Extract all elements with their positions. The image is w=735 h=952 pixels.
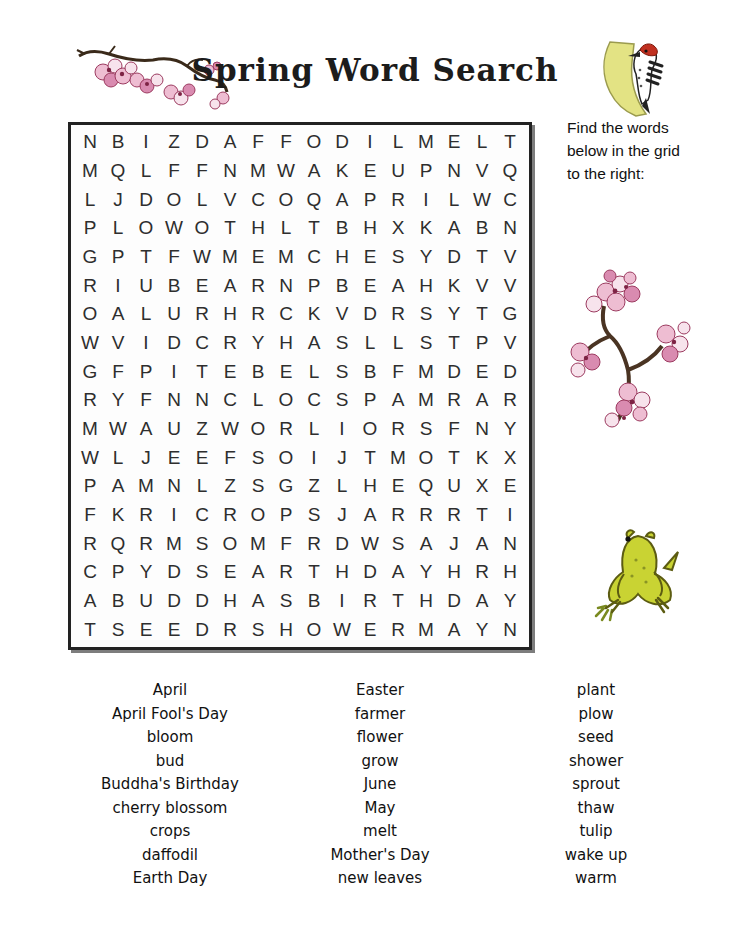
grid-cell-r3c1[interactable]: L — [76, 185, 104, 214]
grid-cell-r10c16[interactable]: R — [496, 386, 524, 415]
grid-cell-r17c3[interactable]: U — [132, 587, 160, 616]
grid-cell-r3c5[interactable]: L — [188, 185, 216, 214]
grid-cell-r4c16[interactable]: N — [496, 214, 524, 243]
grid-cell-r12c4[interactable]: E — [160, 443, 188, 472]
grid-cell-r1c2[interactable]: B — [104, 128, 132, 157]
grid-cell-r13c4[interactable]: N — [160, 472, 188, 501]
grid-cell-r1c9[interactable]: O — [300, 128, 328, 157]
grid-cell-r13c7[interactable]: S — [244, 472, 272, 501]
grid-cell-r1c15[interactable]: L — [468, 128, 496, 157]
grid-cell-r1c7[interactable]: F — [244, 128, 272, 157]
word-item[interactable]: flower — [305, 726, 455, 750]
grid-cell-r17c9[interactable]: B — [300, 587, 328, 616]
grid-cell-r7c3[interactable]: L — [132, 300, 160, 329]
grid-cell-r7c13[interactable]: S — [412, 300, 440, 329]
grid-cell-r16c6[interactable]: E — [216, 558, 244, 587]
grid-cell-r6c12[interactable]: A — [384, 271, 412, 300]
word-item[interactable]: bloom — [55, 726, 285, 750]
grid-cell-r12c1[interactable]: W — [76, 443, 104, 472]
grid-cell-r15c1[interactable]: R — [76, 529, 104, 558]
grid-cell-r13c14[interactable]: U — [440, 472, 468, 501]
grid-cell-r15c12[interactable]: S — [384, 529, 412, 558]
grid-cell-r2c8[interactable]: W — [272, 157, 300, 186]
grid-cell-r5c8[interactable]: M — [272, 243, 300, 272]
grid-cell-r13c5[interactable]: L — [188, 472, 216, 501]
grid-cell-r18c3[interactable]: E — [132, 615, 160, 644]
grid-cell-r6c14[interactable]: K — [440, 271, 468, 300]
grid-cell-r5c13[interactable]: Y — [412, 243, 440, 272]
grid-cell-r8c5[interactable]: C — [188, 329, 216, 358]
word-item[interactable]: shower — [520, 750, 672, 774]
grid-cell-r11c13[interactable]: S — [412, 415, 440, 444]
grid-cell-r15c9[interactable]: R — [300, 529, 328, 558]
grid-cell-r5c10[interactable]: H — [328, 243, 356, 272]
grid-cell-r17c14[interactable]: D — [440, 587, 468, 616]
grid-cell-r16c8[interactable]: R — [272, 558, 300, 587]
grid-cell-r9c3[interactable]: P — [132, 357, 160, 386]
grid-cell-r5c16[interactable]: V — [496, 243, 524, 272]
grid-cell-r8c1[interactable]: W — [76, 329, 104, 358]
grid-cell-r18c16[interactable]: N — [496, 615, 524, 644]
grid-cell-r14c9[interactable]: S — [300, 501, 328, 530]
grid-cell-r9c11[interactable]: B — [356, 357, 384, 386]
grid-cell-r3c2[interactable]: J — [104, 185, 132, 214]
grid-cell-r15c10[interactable]: D — [328, 529, 356, 558]
grid-cell-r18c10[interactable]: W — [328, 615, 356, 644]
grid-cell-r2c11[interactable]: E — [356, 157, 384, 186]
grid-cell-r10c10[interactable]: S — [328, 386, 356, 415]
grid-cell-r5c4[interactable]: F — [160, 243, 188, 272]
grid-cell-r11c1[interactable]: M — [76, 415, 104, 444]
grid-cell-r18c2[interactable]: S — [104, 615, 132, 644]
grid-cell-r13c10[interactable]: L — [328, 472, 356, 501]
grid-cell-r9c9[interactable]: L — [300, 357, 328, 386]
grid-cell-r10c2[interactable]: Y — [104, 386, 132, 415]
grid-cell-r13c15[interactable]: X — [468, 472, 496, 501]
grid-cell-r16c3[interactable]: Y — [132, 558, 160, 587]
grid-cell-r7c8[interactable]: C — [272, 300, 300, 329]
grid-cell-r14c12[interactable]: R — [384, 501, 412, 530]
grid-cell-r17c6[interactable]: H — [216, 587, 244, 616]
grid-cell-r3c12[interactable]: R — [384, 185, 412, 214]
grid-cell-r4c12[interactable]: X — [384, 214, 412, 243]
grid-cell-r14c6[interactable]: R — [216, 501, 244, 530]
grid-cell-r4c8[interactable]: L — [272, 214, 300, 243]
grid-cell-r9c10[interactable]: S — [328, 357, 356, 386]
grid-cell-r9c16[interactable]: D — [496, 357, 524, 386]
grid-cell-r11c11[interactable]: O — [356, 415, 384, 444]
grid-cell-r7c10[interactable]: V — [328, 300, 356, 329]
grid-cell-r3c11[interactable]: P — [356, 185, 384, 214]
grid-cell-r6c16[interactable]: V — [496, 271, 524, 300]
grid-cell-r14c5[interactable]: C — [188, 501, 216, 530]
grid-cell-r3c16[interactable]: C — [496, 185, 524, 214]
word-item[interactable]: crops — [55, 820, 285, 844]
grid-cell-r12c15[interactable]: K — [468, 443, 496, 472]
grid-cell-r3c3[interactable]: D — [132, 185, 160, 214]
grid-cell-r11c9[interactable]: L — [300, 415, 328, 444]
word-item[interactable]: seed — [520, 726, 672, 750]
grid-cell-r5c6[interactable]: M — [216, 243, 244, 272]
grid-cell-r12c3[interactable]: J — [132, 443, 160, 472]
grid-cell-r11c5[interactable]: Z — [188, 415, 216, 444]
grid-cell-r17c15[interactable]: A — [468, 587, 496, 616]
grid-cell-r6c1[interactable]: R — [76, 271, 104, 300]
grid-cell-r8c15[interactable]: P — [468, 329, 496, 358]
grid-cell-r1c3[interactable]: I — [132, 128, 160, 157]
word-item[interactable]: wake up — [520, 844, 672, 868]
grid-cell-r4c13[interactable]: K — [412, 214, 440, 243]
grid-cell-r15c7[interactable]: M — [244, 529, 272, 558]
grid-cell-r11c6[interactable]: W — [216, 415, 244, 444]
grid-cell-r10c12[interactable]: A — [384, 386, 412, 415]
grid-cell-r15c11[interactable]: W — [356, 529, 384, 558]
grid-cell-r14c8[interactable]: P — [272, 501, 300, 530]
grid-cell-r3c14[interactable]: L — [440, 185, 468, 214]
grid-cell-r14c11[interactable]: A — [356, 501, 384, 530]
grid-cell-r7c11[interactable]: D — [356, 300, 384, 329]
grid-cell-r13c11[interactable]: H — [356, 472, 384, 501]
word-item[interactable]: plow — [520, 703, 672, 727]
grid-cell-r12c14[interactable]: T — [440, 443, 468, 472]
grid-cell-r12c7[interactable]: S — [244, 443, 272, 472]
grid-cell-r16c13[interactable]: Y — [412, 558, 440, 587]
grid-cell-r15c8[interactable]: F — [272, 529, 300, 558]
grid-cell-r8c11[interactable]: L — [356, 329, 384, 358]
grid-cell-r11c16[interactable]: Y — [496, 415, 524, 444]
grid-cell-r12c10[interactable]: J — [328, 443, 356, 472]
word-item[interactable]: tulip — [520, 820, 672, 844]
grid-cell-r17c13[interactable]: H — [412, 587, 440, 616]
grid-cell-r9c12[interactable]: F — [384, 357, 412, 386]
grid-cell-r1c16[interactable]: T — [496, 128, 524, 157]
grid-cell-r16c16[interactable]: H — [496, 558, 524, 587]
grid-cell-r13c9[interactable]: Z — [300, 472, 328, 501]
grid-cell-r10c13[interactable]: M — [412, 386, 440, 415]
grid-cell-r17c16[interactable]: Y — [496, 587, 524, 616]
grid-cell-r2c5[interactable]: F — [188, 157, 216, 186]
grid-cell-r8c9[interactable]: A — [300, 329, 328, 358]
grid-cell-r2c15[interactable]: V — [468, 157, 496, 186]
grid-cell-r4c10[interactable]: B — [328, 214, 356, 243]
grid-cell-r13c12[interactable]: E — [384, 472, 412, 501]
grid-cell-r10c3[interactable]: F — [132, 386, 160, 415]
grid-cell-r6c4[interactable]: B — [160, 271, 188, 300]
word-item[interactable]: cherry blossom — [55, 797, 285, 821]
grid-cell-r9c15[interactable]: E — [468, 357, 496, 386]
grid-cell-r18c4[interactable]: E — [160, 615, 188, 644]
grid-cell-r16c1[interactable]: C — [76, 558, 104, 587]
grid-cell-r2c12[interactable]: U — [384, 157, 412, 186]
grid-cell-r10c7[interactable]: L — [244, 386, 272, 415]
grid-cell-r14c3[interactable]: R — [132, 501, 160, 530]
grid-cell-r14c7[interactable]: O — [244, 501, 272, 530]
grid-cell-r4c14[interactable]: A — [440, 214, 468, 243]
grid-cell-r3c9[interactable]: Q — [300, 185, 328, 214]
grid-cell-r18c8[interactable]: H — [272, 615, 300, 644]
grid-cell-r7c12[interactable]: R — [384, 300, 412, 329]
grid-cell-r9c1[interactable]: G — [76, 357, 104, 386]
grid-cell-r14c16[interactable]: I — [496, 501, 524, 530]
grid-cell-r10c4[interactable]: N — [160, 386, 188, 415]
grid-cell-r15c16[interactable]: N — [496, 529, 524, 558]
grid-cell-r10c6[interactable]: C — [216, 386, 244, 415]
grid-cell-r4c1[interactable]: P — [76, 214, 104, 243]
grid-cell-r17c2[interactable]: B — [104, 587, 132, 616]
grid-cell-r11c4[interactable]: U — [160, 415, 188, 444]
grid-cell-r2c6[interactable]: N — [216, 157, 244, 186]
grid-cell-r12c5[interactable]: E — [188, 443, 216, 472]
grid-cell-r8c12[interactable]: L — [384, 329, 412, 358]
grid-cell-r16c14[interactable]: H — [440, 558, 468, 587]
grid-cell-r3c13[interactable]: I — [412, 185, 440, 214]
grid-cell-r8c8[interactable]: H — [272, 329, 300, 358]
grid-cell-r14c14[interactable]: R — [440, 501, 468, 530]
grid-cell-r17c5[interactable]: D — [188, 587, 216, 616]
word-item[interactable]: sprout — [520, 773, 672, 797]
grid-cell-r5c12[interactable]: S — [384, 243, 412, 272]
grid-cell-r15c4[interactable]: M — [160, 529, 188, 558]
grid-cell-r16c2[interactable]: P — [104, 558, 132, 587]
grid-cell-r7c14[interactable]: Y — [440, 300, 468, 329]
grid-cell-r10c1[interactable]: R — [76, 386, 104, 415]
grid-cell-r6c11[interactable]: E — [356, 271, 384, 300]
grid-cell-r18c14[interactable]: A — [440, 615, 468, 644]
grid-cell-r12c16[interactable]: X — [496, 443, 524, 472]
grid-cell-r18c15[interactable]: Y — [468, 615, 496, 644]
grid-cell-r8c4[interactable]: D — [160, 329, 188, 358]
grid-cell-r5c5[interactable]: W — [188, 243, 216, 272]
grid-cell-r4c6[interactable]: T — [216, 214, 244, 243]
grid-cell-r15c14[interactable]: J — [440, 529, 468, 558]
grid-cell-r8c7[interactable]: Y — [244, 329, 272, 358]
grid-cell-r13c13[interactable]: Q — [412, 472, 440, 501]
grid-cell-r8c6[interactable]: R — [216, 329, 244, 358]
grid-cell-r5c15[interactable]: T — [468, 243, 496, 272]
grid-cell-r1c10[interactable]: D — [328, 128, 356, 157]
word-item[interactable]: Buddha's Birthday — [55, 773, 285, 797]
grid-cell-r10c15[interactable]: A — [468, 386, 496, 415]
word-item[interactable]: grow — [305, 750, 455, 774]
grid-cell-r17c8[interactable]: S — [272, 587, 300, 616]
grid-cell-r2c7[interactable]: M — [244, 157, 272, 186]
grid-cell-r3c7[interactable]: C — [244, 185, 272, 214]
grid-cell-r6c9[interactable]: P — [300, 271, 328, 300]
grid-cell-r4c9[interactable]: T — [300, 214, 328, 243]
grid-cell-r16c11[interactable]: D — [356, 558, 384, 587]
grid-cell-r13c3[interactable]: M — [132, 472, 160, 501]
grid-cell-r6c5[interactable]: E — [188, 271, 216, 300]
grid-cell-r5c7[interactable]: E — [244, 243, 272, 272]
grid-cell-r5c2[interactable]: P — [104, 243, 132, 272]
word-item[interactable]: thaw — [520, 797, 672, 821]
grid-cell-r2c14[interactable]: N — [440, 157, 468, 186]
grid-cell-r12c6[interactable]: F — [216, 443, 244, 472]
grid-cell-r6c7[interactable]: R — [244, 271, 272, 300]
word-item[interactable]: April — [55, 679, 285, 703]
grid-cell-r11c3[interactable]: A — [132, 415, 160, 444]
grid-cell-r14c15[interactable]: T — [468, 501, 496, 530]
grid-cell-r3c10[interactable]: A — [328, 185, 356, 214]
grid-cell-r6c10[interactable]: B — [328, 271, 356, 300]
grid-cell-r12c2[interactable]: L — [104, 443, 132, 472]
grid-cell-r8c14[interactable]: T — [440, 329, 468, 358]
grid-cell-r17c7[interactable]: A — [244, 587, 272, 616]
grid-cell-r11c7[interactable]: O — [244, 415, 272, 444]
word-item[interactable]: daffodil — [55, 844, 285, 868]
grid-cell-r13c2[interactable]: A — [104, 472, 132, 501]
grid-cell-r9c4[interactable]: I — [160, 357, 188, 386]
grid-cell-r9c2[interactable]: F — [104, 357, 132, 386]
grid-cell-r14c10[interactable]: J — [328, 501, 356, 530]
grid-cell-r9c7[interactable]: B — [244, 357, 272, 386]
grid-cell-r18c11[interactable]: E — [356, 615, 384, 644]
grid-cell-r2c9[interactable]: A — [300, 157, 328, 186]
grid-cell-r14c4[interactable]: I — [160, 501, 188, 530]
grid-cell-r9c6[interactable]: E — [216, 357, 244, 386]
grid-cell-r12c12[interactable]: M — [384, 443, 412, 472]
grid-cell-r18c12[interactable]: R — [384, 615, 412, 644]
grid-cell-r7c7[interactable]: R — [244, 300, 272, 329]
grid-cell-r4c5[interactable]: O — [188, 214, 216, 243]
grid-cell-r12c8[interactable]: O — [272, 443, 300, 472]
grid-cell-r7c16[interactable]: G — [496, 300, 524, 329]
grid-cell-r7c15[interactable]: T — [468, 300, 496, 329]
grid-cell-r8c10[interactable]: S — [328, 329, 356, 358]
grid-cell-r18c1[interactable]: T — [76, 615, 104, 644]
grid-cell-r15c2[interactable]: Q — [104, 529, 132, 558]
grid-cell-r13c16[interactable]: E — [496, 472, 524, 501]
grid-cell-r18c7[interactable]: S — [244, 615, 272, 644]
grid-cell-r5c1[interactable]: G — [76, 243, 104, 272]
word-item[interactable]: new leaves — [305, 867, 455, 891]
grid-cell-r6c13[interactable]: H — [412, 271, 440, 300]
grid-cell-r1c12[interactable]: L — [384, 128, 412, 157]
grid-cell-r10c5[interactable]: N — [188, 386, 216, 415]
grid-cell-r15c6[interactable]: O — [216, 529, 244, 558]
grid-cell-r1c1[interactable]: N — [76, 128, 104, 157]
grid-cell-r6c8[interactable]: N — [272, 271, 300, 300]
grid-cell-r12c11[interactable]: T — [356, 443, 384, 472]
grid-cell-r1c14[interactable]: E — [440, 128, 468, 157]
grid-cell-r2c3[interactable]: L — [132, 157, 160, 186]
grid-cell-r13c1[interactable]: P — [76, 472, 104, 501]
word-item[interactable]: Mother's Day — [305, 844, 455, 868]
grid-cell-r4c2[interactable]: L — [104, 214, 132, 243]
grid-cell-r2c13[interactable]: P — [412, 157, 440, 186]
grid-cell-r15c3[interactable]: R — [132, 529, 160, 558]
word-item[interactable]: May — [305, 797, 455, 821]
grid-cell-r17c1[interactable]: A — [76, 587, 104, 616]
grid-cell-r5c14[interactable]: D — [440, 243, 468, 272]
grid-cell-r1c8[interactable]: F — [272, 128, 300, 157]
grid-cell-r4c4[interactable]: W — [160, 214, 188, 243]
grid-cell-r17c4[interactable]: D — [160, 587, 188, 616]
grid-cell-r1c5[interactable]: D — [188, 128, 216, 157]
grid-cell-r11c10[interactable]: I — [328, 415, 356, 444]
grid-cell-r3c8[interactable]: O — [272, 185, 300, 214]
grid-cell-r14c1[interactable]: F — [76, 501, 104, 530]
grid-cell-r17c12[interactable]: T — [384, 587, 412, 616]
grid-cell-r1c4[interactable]: Z — [160, 128, 188, 157]
grid-cell-r3c4[interactable]: O — [160, 185, 188, 214]
grid-cell-r16c5[interactable]: S — [188, 558, 216, 587]
grid-cell-r4c15[interactable]: B — [468, 214, 496, 243]
grid-cell-r13c6[interactable]: Z — [216, 472, 244, 501]
grid-cell-r11c14[interactable]: F — [440, 415, 468, 444]
word-item[interactable]: bud — [55, 750, 285, 774]
word-item[interactable]: Earth Day — [55, 867, 285, 891]
grid-cell-r6c15[interactable]: V — [468, 271, 496, 300]
grid-cell-r7c4[interactable]: U — [160, 300, 188, 329]
grid-cell-r8c16[interactable]: V — [496, 329, 524, 358]
grid-cell-r16c12[interactable]: A — [384, 558, 412, 587]
grid-cell-r4c3[interactable]: O — [132, 214, 160, 243]
grid-cell-r10c8[interactable]: O — [272, 386, 300, 415]
grid-cell-r16c7[interactable]: A — [244, 558, 272, 587]
grid-cell-r10c11[interactable]: P — [356, 386, 384, 415]
grid-cell-r1c11[interactable]: I — [356, 128, 384, 157]
grid-cell-r8c2[interactable]: V — [104, 329, 132, 358]
grid-cell-r4c7[interactable]: H — [244, 214, 272, 243]
grid-cell-r16c10[interactable]: H — [328, 558, 356, 587]
grid-cell-r18c9[interactable]: O — [300, 615, 328, 644]
grid-cell-r17c10[interactable]: I — [328, 587, 356, 616]
grid-cell-r5c11[interactable]: E — [356, 243, 384, 272]
grid-cell-r9c13[interactable]: M — [412, 357, 440, 386]
grid-cell-r3c15[interactable]: W — [468, 185, 496, 214]
grid-cell-r14c13[interactable]: R — [412, 501, 440, 530]
word-item[interactable]: April Fool's Day — [55, 703, 285, 727]
grid-cell-r5c9[interactable]: C — [300, 243, 328, 272]
grid-cell-r8c3[interactable]: I — [132, 329, 160, 358]
grid-cell-r11c12[interactable]: R — [384, 415, 412, 444]
grid-cell-r13c8[interactable]: G — [272, 472, 300, 501]
grid-cell-r12c13[interactable]: O — [412, 443, 440, 472]
grid-cell-r18c13[interactable]: M — [412, 615, 440, 644]
grid-cell-r10c14[interactable]: R — [440, 386, 468, 415]
grid-cell-r9c14[interactable]: D — [440, 357, 468, 386]
grid-cell-r1c6[interactable]: A — [216, 128, 244, 157]
grid-cell-r6c2[interactable]: I — [104, 271, 132, 300]
word-item[interactable]: warm — [520, 867, 672, 891]
grid-cell-r15c5[interactable]: S — [188, 529, 216, 558]
grid-cell-r2c4[interactable]: F — [160, 157, 188, 186]
word-item[interactable]: plant — [520, 679, 672, 703]
grid-cell-r2c1[interactable]: M — [76, 157, 104, 186]
word-item[interactable]: June — [305, 773, 455, 797]
grid-cell-r11c2[interactable]: W — [104, 415, 132, 444]
grid-cell-r10c9[interactable]: C — [300, 386, 328, 415]
grid-cell-r3c6[interactable]: V — [216, 185, 244, 214]
grid-cell-r6c6[interactable]: A — [216, 271, 244, 300]
grid-cell-r7c1[interactable]: O — [76, 300, 104, 329]
grid-cell-r2c16[interactable]: Q — [496, 157, 524, 186]
grid-cell-r11c8[interactable]: R — [272, 415, 300, 444]
grid-cell-r2c2[interactable]: Q — [104, 157, 132, 186]
grid-cell-r15c15[interactable]: A — [468, 529, 496, 558]
word-item[interactable]: Easter — [305, 679, 455, 703]
grid-cell-r8c13[interactable]: S — [412, 329, 440, 358]
grid-cell-r9c8[interactable]: E — [272, 357, 300, 386]
grid-cell-r5c3[interactable]: T — [132, 243, 160, 272]
grid-cell-r7c9[interactable]: K — [300, 300, 328, 329]
grid-cell-r1c13[interactable]: M — [412, 128, 440, 157]
grid-cell-r14c2[interactable]: K — [104, 501, 132, 530]
grid-cell-r7c6[interactable]: H — [216, 300, 244, 329]
word-item[interactable]: farmer — [305, 703, 455, 727]
grid-cell-r9c5[interactable]: T — [188, 357, 216, 386]
